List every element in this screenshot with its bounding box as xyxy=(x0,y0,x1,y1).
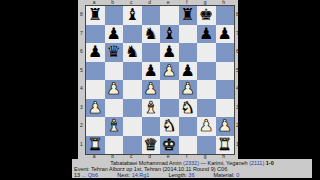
rank-label: 3 xyxy=(79,98,84,117)
square-a3: ♟ xyxy=(86,99,105,118)
square-e4 xyxy=(160,80,179,99)
black-pawn: ♟ xyxy=(105,25,124,44)
square-g1 xyxy=(197,136,216,155)
move-ellipsis: ... xyxy=(82,172,87,178)
square-b1 xyxy=(105,136,124,155)
rank-label: 1 xyxy=(235,135,240,154)
black-knight: ♞ xyxy=(123,43,142,62)
black-pawn: ♟ xyxy=(216,25,235,44)
square-a4 xyxy=(86,80,105,99)
white-bishop: ♝ xyxy=(105,117,124,136)
square-g4 xyxy=(197,80,216,99)
square-b3 xyxy=(105,99,124,118)
rank-label: 5 xyxy=(79,61,84,80)
rank-label: 2 xyxy=(79,116,84,135)
square-f2 xyxy=(179,117,198,136)
rank-labels-right: 87654321 xyxy=(235,5,240,153)
square-f6 xyxy=(179,43,198,62)
square-d8 xyxy=(142,6,161,25)
square-b7: ♟ xyxy=(105,25,124,44)
info-panel: Tabatabaei Mohammad Amin (2332) — Karimi… xyxy=(72,159,312,178)
square-g5 xyxy=(197,62,216,81)
square-b4: ♟ xyxy=(105,80,124,99)
square-e2: ♞ xyxy=(160,117,179,136)
square-d1: ♛ xyxy=(142,136,161,155)
square-g8: ♚ xyxy=(197,6,216,25)
square-e7: ♝ xyxy=(160,25,179,44)
rank-label: 1 xyxy=(79,135,84,154)
square-g7: ♟ xyxy=(197,25,216,44)
square-a6: ♟ xyxy=(86,43,105,62)
square-b2: ♝ xyxy=(105,117,124,136)
material-label: Material: xyxy=(214,172,235,178)
next-label: Next: xyxy=(117,172,130,178)
square-g6 xyxy=(197,43,216,62)
rank-label: 3 xyxy=(235,98,240,117)
square-h5 xyxy=(216,62,235,81)
square-g2: ♟ xyxy=(197,117,216,136)
rank-label: 4 xyxy=(79,79,84,98)
black-queen: ♛ xyxy=(105,43,124,62)
white-bishop: ♝ xyxy=(142,99,161,118)
square-f5: ♟ xyxy=(179,62,198,81)
square-h7: ♟ xyxy=(216,25,235,44)
square-a5 xyxy=(86,62,105,81)
square-e3 xyxy=(160,99,179,118)
square-c4 xyxy=(123,80,142,99)
last-move: Qb6 xyxy=(88,172,98,178)
square-d2 xyxy=(142,117,161,136)
video-frame: abcdefgh 87654321 ♜♝♜♚♟♞♝♟♟♟♛♞♟♟♟♟♟♟♟♟♝♞… xyxy=(0,0,320,180)
rank-labels-left: 87654321 xyxy=(79,5,84,153)
square-d4: ♟ xyxy=(142,80,161,99)
square-f4: ♟ xyxy=(179,80,198,99)
square-d3: ♝ xyxy=(142,99,161,118)
rank-label: 7 xyxy=(79,24,84,43)
square-e5: ♟ xyxy=(160,62,179,81)
square-h8 xyxy=(216,6,235,25)
black-pawn: ♟ xyxy=(179,62,198,81)
square-a8: ♜ xyxy=(86,6,105,25)
square-a1: ♜ xyxy=(86,136,105,155)
square-b8 xyxy=(105,6,124,25)
white-queen: ♛ xyxy=(142,136,161,155)
black-pawn: ♟ xyxy=(160,43,179,62)
square-h1: ♜ xyxy=(216,136,235,155)
square-b5 xyxy=(105,62,124,81)
square-e8 xyxy=(160,6,179,25)
letterbox-bottom-right xyxy=(312,159,320,180)
black-pawn: ♟ xyxy=(86,43,105,62)
rank-label: 6 xyxy=(235,42,240,61)
white-pawn: ♟ xyxy=(197,117,216,136)
square-c3 xyxy=(123,99,142,118)
square-a2 xyxy=(86,117,105,136)
black-knight: ♞ xyxy=(142,25,161,44)
rank-label: 8 xyxy=(235,5,240,24)
rank-label: 5 xyxy=(235,61,240,80)
white-pawn: ♟ xyxy=(105,80,124,99)
move-number: 13 xyxy=(74,172,80,178)
rank-label: 7 xyxy=(235,24,240,43)
square-f7 xyxy=(179,25,198,44)
black-rook: ♜ xyxy=(86,6,105,25)
white-rook: ♜ xyxy=(216,136,235,155)
white-king: ♚ xyxy=(160,136,179,155)
square-c6: ♞ xyxy=(123,43,142,62)
rank-label: 6 xyxy=(79,42,84,61)
square-c5 xyxy=(123,62,142,81)
square-c8: ♝ xyxy=(123,6,142,25)
square-f1 xyxy=(179,136,198,155)
square-h3 xyxy=(216,99,235,118)
black-player-rating: (2111) xyxy=(249,160,264,166)
square-c7 xyxy=(123,25,142,44)
white-pawn: ♟ xyxy=(142,80,161,99)
square-f8: ♜ xyxy=(179,6,198,25)
white-pawn: ♟ xyxy=(179,80,198,99)
game-result: 1-0 xyxy=(266,160,274,166)
square-c2 xyxy=(123,117,142,136)
black-bishop: ♝ xyxy=(160,25,179,44)
square-d5: ♟ xyxy=(142,62,161,81)
square-d6 xyxy=(142,43,161,62)
white-pawn: ♟ xyxy=(160,62,179,81)
square-c1 xyxy=(123,136,142,155)
square-d7: ♞ xyxy=(142,25,161,44)
square-a7 xyxy=(86,25,105,44)
white-knight: ♞ xyxy=(179,99,198,118)
square-h6 xyxy=(216,43,235,62)
square-f3: ♞ xyxy=(179,99,198,118)
black-king: ♚ xyxy=(197,6,216,25)
rank-label: 4 xyxy=(235,79,240,98)
black-rook: ♜ xyxy=(179,6,198,25)
square-h4 xyxy=(216,80,235,99)
white-knight: ♞ xyxy=(160,117,179,136)
next-move: 14.Rg1 xyxy=(132,172,150,178)
white-pawn: ♟ xyxy=(86,99,105,118)
square-g3 xyxy=(197,99,216,118)
material-value: 0 xyxy=(236,172,239,178)
white-pawn: ♟ xyxy=(216,117,235,136)
black-bishop: ♝ xyxy=(123,6,142,25)
length-label: Length: xyxy=(168,172,186,178)
rank-label: 8 xyxy=(79,5,84,24)
white-rook: ♜ xyxy=(86,136,105,155)
square-h2: ♟ xyxy=(216,117,235,136)
move-line: 13 ... Qb6 Next: 14.Rg1 Length: 36 Mater… xyxy=(72,172,312,178)
rank-label: 2 xyxy=(235,116,240,135)
chess-board: ♜♝♜♚♟♞♝♟♟♟♛♞♟♟♟♟♟♟♟♟♝♞♝♞♟♟♜♛♚♜ xyxy=(85,5,235,155)
square-e6: ♟ xyxy=(160,43,179,62)
square-e1: ♚ xyxy=(160,136,179,155)
black-pawn: ♟ xyxy=(142,62,161,81)
letterbox-right xyxy=(238,0,320,180)
black-pawn: ♟ xyxy=(197,25,216,44)
length-value: 36 xyxy=(188,172,194,178)
square-b6: ♛ xyxy=(105,43,124,62)
letterbox-left xyxy=(0,0,78,180)
